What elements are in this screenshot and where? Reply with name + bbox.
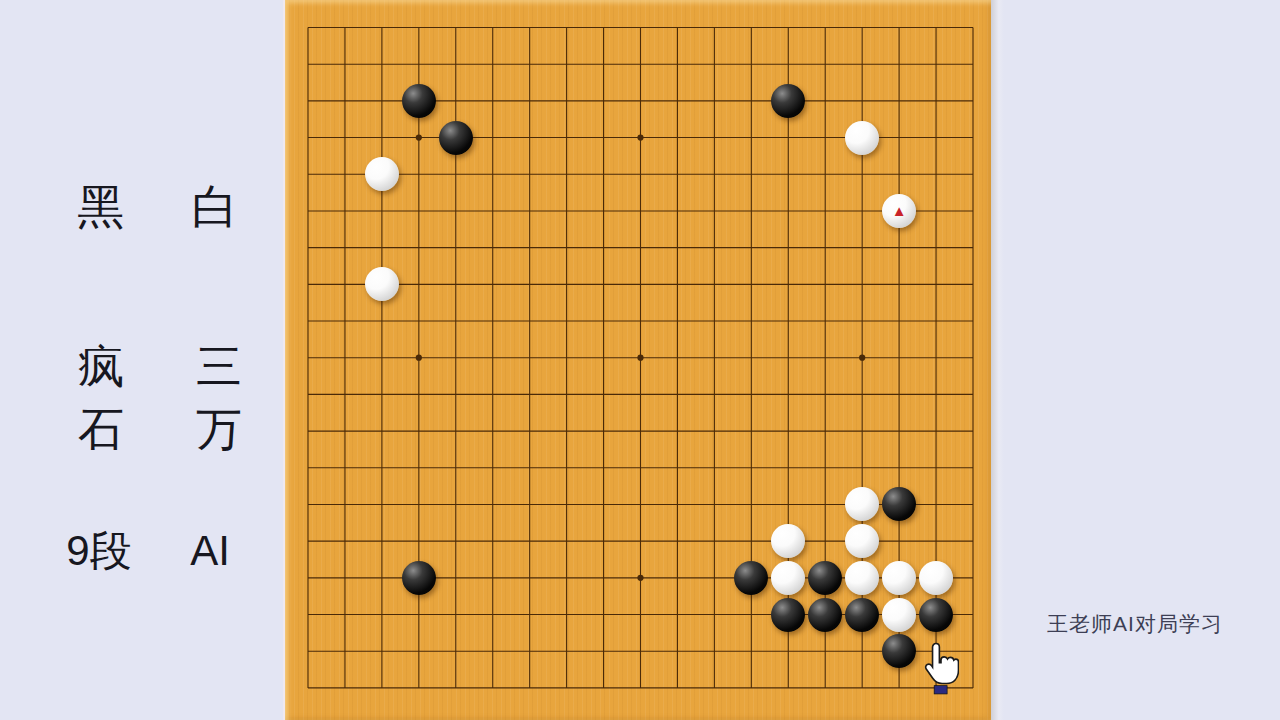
white-player-rank: AI	[190, 527, 230, 575]
board-right-edge	[991, 0, 1004, 720]
black-player-name: 疯 石	[78, 335, 124, 461]
white-header-label: 白	[192, 176, 239, 239]
watermark-text: 王老师AI对局学习	[1047, 610, 1223, 638]
go-board-surface[interactable]	[285, 0, 991, 720]
black-header-label: 黑	[78, 176, 125, 239]
white-player-name-char-1: 三	[196, 335, 242, 398]
black-player-rank: 9段	[66, 523, 131, 579]
white-player-name: 三 万	[196, 335, 242, 461]
white-player-name-char-2: 万	[196, 398, 242, 461]
black-player-name-char-1: 疯	[78, 335, 124, 398]
black-player-name-char-2: 石	[78, 398, 124, 461]
